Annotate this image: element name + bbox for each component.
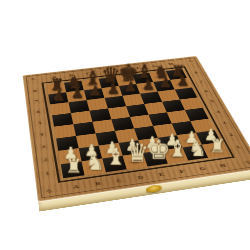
white-bishop-piece: ♝ bbox=[105, 147, 126, 169]
black-pawn-piece: ♟ bbox=[122, 80, 140, 93]
square-b1: ♞ bbox=[82, 159, 106, 176]
white-queen-piece: ♛ bbox=[126, 142, 147, 166]
black-pawn-piece: ♟ bbox=[139, 78, 157, 91]
white-rook-piece: ♜ bbox=[63, 157, 85, 175]
square-c1: ♝ bbox=[102, 156, 127, 172]
white-king-piece: ♚ bbox=[147, 138, 168, 163]
black-pawn-piece: ♟ bbox=[68, 87, 86, 101]
chess-board: ≈ ≈ ≈ ≈ ABCDEFGH ABCDEFGH 87654321 87654… bbox=[23, 56, 250, 201]
square-a5 bbox=[52, 113, 73, 127]
black-pawn-piece: ♟ bbox=[157, 76, 175, 89]
black-pawn-piece: ♟ bbox=[104, 82, 122, 96]
white-knight-piece: ♞ bbox=[187, 138, 208, 158]
black-pawn-piece: ♟ bbox=[174, 74, 192, 87]
black-pawn-piece: ♟ bbox=[86, 84, 104, 98]
square-a1: ♜ bbox=[61, 161, 85, 178]
white-rook-piece: ♜ bbox=[207, 137, 228, 155]
white-knight-piece: ♞ bbox=[84, 152, 105, 172]
brass-clasp bbox=[146, 184, 162, 193]
black-pawn-piece: ♟ bbox=[50, 89, 68, 103]
product-photo-canvas: ≈ ≈ ≈ ≈ ABCDEFGH ABCDEFGH 87654321 87654… bbox=[0, 0, 250, 250]
